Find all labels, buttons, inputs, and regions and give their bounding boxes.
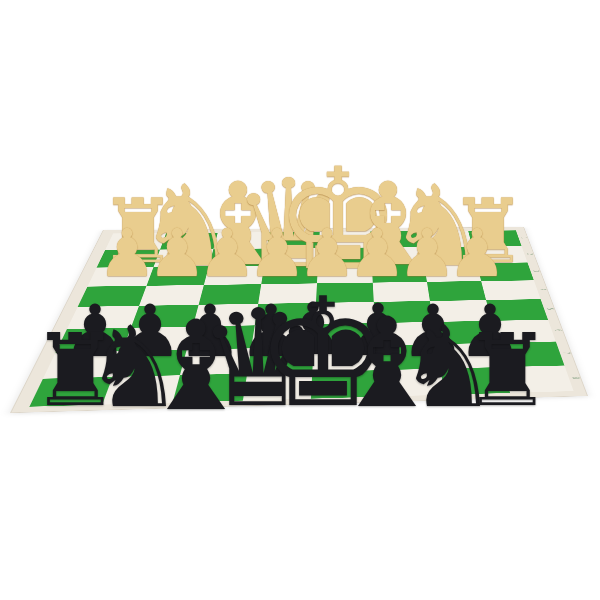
board-square bbox=[315, 302, 375, 324]
rank-number: 2 bbox=[526, 253, 534, 255]
board-square bbox=[261, 265, 318, 284]
board-square bbox=[209, 248, 267, 266]
board-square bbox=[370, 231, 422, 247]
chess-board: 12345678 bbox=[10, 227, 588, 413]
board-square bbox=[437, 343, 503, 369]
board-square bbox=[251, 324, 315, 348]
board-square bbox=[187, 325, 255, 350]
rank-number: 8 bbox=[570, 376, 580, 379]
rank-number: 5 bbox=[546, 308, 555, 310]
board-square bbox=[491, 320, 556, 343]
board-square bbox=[486, 299, 548, 320]
rank-number: 1 bbox=[520, 237, 528, 239]
board-square bbox=[122, 326, 193, 351]
board-square bbox=[476, 262, 534, 280]
board-square bbox=[319, 232, 371, 248]
board-square bbox=[112, 350, 187, 377]
board-square bbox=[242, 372, 312, 401]
board-square bbox=[102, 375, 180, 405]
board-square bbox=[146, 266, 209, 285]
product-photo: 12345678 ♜♞♝♛♚♝♞♜♟♟♟♟♟♟♟♟♟♟♟♟♟♟♟♟♜♞♝♛♚♝♞… bbox=[0, 0, 600, 600]
board-square bbox=[267, 232, 320, 248]
board-square bbox=[373, 301, 433, 323]
board-square bbox=[372, 282, 430, 302]
board-square bbox=[139, 285, 204, 306]
rank-number: 6 bbox=[553, 329, 562, 331]
board-square bbox=[88, 267, 154, 287]
board-margin: 12345678 bbox=[10, 227, 588, 413]
rank-number: 4 bbox=[538, 288, 547, 290]
board-square bbox=[67, 306, 139, 329]
board-square bbox=[43, 351, 122, 378]
board-square bbox=[56, 328, 131, 353]
board-square bbox=[160, 233, 218, 250]
board-square bbox=[440, 367, 509, 395]
board-square bbox=[213, 232, 269, 249]
board-square bbox=[481, 280, 541, 300]
board-square bbox=[371, 264, 427, 283]
board-square bbox=[105, 233, 166, 250]
rank-number: 3 bbox=[532, 270, 540, 272]
board-square bbox=[374, 322, 436, 346]
board-square bbox=[199, 284, 261, 305]
board-square bbox=[430, 300, 491, 322]
board-square bbox=[153, 249, 213, 267]
board-square bbox=[371, 247, 425, 264]
board-square bbox=[316, 282, 373, 302]
board-square bbox=[318, 247, 371, 265]
board-square bbox=[29, 377, 112, 407]
board-square bbox=[472, 246, 528, 263]
board-square bbox=[419, 231, 472, 247]
board-square bbox=[130, 305, 198, 328]
board-grid bbox=[29, 230, 573, 406]
board-square bbox=[204, 266, 264, 285]
rank-number: 7 bbox=[561, 352, 571, 354]
board-square bbox=[193, 304, 258, 327]
board-square bbox=[421, 246, 476, 263]
board-square bbox=[311, 370, 378, 399]
board-square bbox=[180, 348, 251, 375]
board-square bbox=[247, 347, 314, 373]
board-square bbox=[312, 346, 377, 372]
board-square bbox=[376, 344, 441, 370]
board-square bbox=[317, 264, 372, 283]
board-square bbox=[258, 283, 317, 304]
board-square bbox=[97, 249, 160, 267]
board-square bbox=[433, 321, 497, 345]
board-square bbox=[173, 373, 247, 402]
board-square bbox=[377, 368, 445, 396]
board-square bbox=[264, 248, 319, 266]
board-square bbox=[78, 286, 146, 307]
board-square bbox=[427, 281, 486, 301]
board-square bbox=[314, 323, 376, 347]
board-square bbox=[503, 365, 574, 393]
board-square bbox=[254, 303, 316, 325]
board-square bbox=[424, 263, 481, 282]
board-square bbox=[497, 342, 565, 367]
board-square bbox=[468, 230, 522, 246]
